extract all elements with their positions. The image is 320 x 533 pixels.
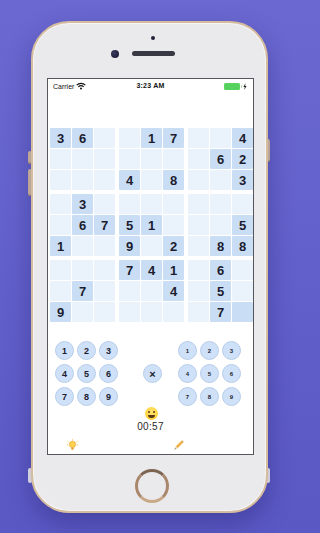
- sudoku-cell-r3c8[interactable]: [210, 170, 231, 190]
- sudoku-cell-r5c6[interactable]: [163, 215, 184, 235]
- left-pad-button-7[interactable]: 7: [55, 387, 74, 406]
- sudoku-cell-r8c5[interactable]: [141, 281, 162, 301]
- sudoku-cell-r9c7[interactable]: [188, 302, 209, 322]
- right-pad-button-5[interactable]: 5: [200, 364, 219, 383]
- grinning-face-emoji: [145, 407, 158, 420]
- sudoku-cell-r8c2[interactable]: 7: [72, 281, 93, 301]
- sudoku-cell-r8c6[interactable]: 4: [163, 281, 184, 301]
- sudoku-box-8: 7414: [119, 260, 184, 322]
- number-pad-right-notes: 123456789: [178, 341, 241, 406]
- right-pad-button-2[interactable]: 2: [200, 341, 219, 360]
- sudoku-cell-r9c2[interactable]: [72, 302, 93, 322]
- sudoku-cell-r6c5[interactable]: [141, 236, 162, 256]
- sudoku-cell-r3c1[interactable]: [50, 170, 71, 190]
- left-pad-button-6[interactable]: 6: [99, 364, 118, 383]
- sudoku-cell-r9c6[interactable]: [163, 302, 184, 322]
- battery-icon: [224, 83, 240, 90]
- sudoku-cell-r6c9[interactable]: 8: [232, 236, 253, 256]
- sudoku-cell-r4c2[interactable]: 3: [72, 194, 93, 214]
- clock-label: 3:23 AM: [48, 82, 253, 89]
- sudoku-cell-r2c1[interactable]: [50, 149, 71, 169]
- erase-button[interactable]: ×: [143, 364, 162, 383]
- sudoku-cell-r3c2[interactable]: [72, 170, 93, 190]
- sudoku-cell-r2c8[interactable]: 6: [210, 149, 231, 169]
- charging-bolt-icon: [243, 83, 247, 90]
- status-bar: Carrier 3:23 AM: [48, 79, 253, 95]
- timer-label: 00:57: [48, 421, 253, 432]
- sudoku-cell-r1c6[interactable]: 7: [163, 128, 184, 148]
- sudoku-cell-r5c1[interactable]: [50, 215, 71, 235]
- proximity-sensor-dot: [151, 36, 155, 40]
- sudoku-cell-r3c3[interactable]: [94, 170, 115, 190]
- sudoku-cell-r7c2[interactable]: [72, 260, 93, 280]
- sudoku-cell-r4c7[interactable]: [188, 194, 209, 214]
- sudoku-cell-r8c8[interactable]: 5: [210, 281, 231, 301]
- sudoku-cell-r2c3[interactable]: [94, 149, 115, 169]
- sudoku-box-4: 3671: [50, 194, 115, 256]
- left-pad-button-1[interactable]: 1: [55, 341, 74, 360]
- sudoku-cell-r4c4[interactable]: [119, 194, 140, 214]
- sudoku-cell-r7c8[interactable]: 6: [210, 260, 231, 280]
- sudoku-cell-r8c3[interactable]: [94, 281, 115, 301]
- sudoku-cell-r6c7[interactable]: [188, 236, 209, 256]
- right-pad-button-9[interactable]: 9: [222, 387, 241, 406]
- sudoku-cell-r2c4[interactable]: [119, 149, 140, 169]
- sudoku-cell-r8c9[interactable]: [232, 281, 253, 301]
- sudoku-cell-r2c7[interactable]: [188, 149, 209, 169]
- left-pad-button-3[interactable]: 3: [99, 341, 118, 360]
- sudoku-cell-r7c6[interactable]: 1: [163, 260, 184, 280]
- app-screen: Carrier 3:23 AM 361748462336715192588797…: [47, 78, 254, 455]
- sudoku-cell-r8c4[interactable]: [119, 281, 140, 301]
- sudoku-cell-r3c7[interactable]: [188, 170, 209, 190]
- left-pad-button-2[interactable]: 2: [77, 341, 96, 360]
- sudoku-grid: 361748462336715192588797414657: [50, 128, 253, 322]
- lightbulb-icon[interactable]: [66, 439, 79, 452]
- sudoku-cell-r6c2[interactable]: [72, 236, 93, 256]
- right-pad-button-8[interactable]: 8: [200, 387, 219, 406]
- sudoku-cell-r8c7[interactable]: [188, 281, 209, 301]
- sudoku-cell-r1c9[interactable]: 4: [232, 128, 253, 148]
- sudoku-cell-r5c3[interactable]: 7: [94, 215, 115, 235]
- sudoku-cell-r4c9[interactable]: [232, 194, 253, 214]
- sudoku-cell-r1c7[interactable]: [188, 128, 209, 148]
- sudoku-cell-r9c4[interactable]: [119, 302, 140, 322]
- sudoku-cell-r9c9[interactable]: [232, 302, 253, 322]
- sudoku-cell-r4c6[interactable]: [163, 194, 184, 214]
- sudoku-box-1: 36: [50, 128, 115, 190]
- sudoku-cell-r2c6[interactable]: [163, 149, 184, 169]
- sudoku-cell-r7c4[interactable]: 7: [119, 260, 140, 280]
- sudoku-cell-r5c2[interactable]: 6: [72, 215, 93, 235]
- sudoku-cell-r5c4[interactable]: 5: [119, 215, 140, 235]
- sudoku-cell-r7c1[interactable]: [50, 260, 71, 280]
- left-pad-button-8[interactable]: 8: [77, 387, 96, 406]
- home-button[interactable]: [135, 469, 169, 503]
- sudoku-cell-r5c7[interactable]: [188, 215, 209, 235]
- sudoku-cell-r2c2[interactable]: [72, 149, 93, 169]
- earpiece-speaker: [132, 51, 175, 56]
- sudoku-box-7: 79: [50, 260, 115, 322]
- sudoku-cell-r3c5[interactable]: [141, 170, 162, 190]
- sudoku-cell-r3c6[interactable]: 8: [163, 170, 184, 190]
- sudoku-cell-r8c1[interactable]: [50, 281, 71, 301]
- sudoku-cell-r7c5[interactable]: 4: [141, 260, 162, 280]
- sudoku-cell-r2c9[interactable]: 2: [232, 149, 253, 169]
- sudoku-cell-r6c4[interactable]: 9: [119, 236, 140, 256]
- right-pad-button-4[interactable]: 4: [178, 364, 197, 383]
- battery-indicator: [224, 83, 248, 90]
- sudoku-box-3: 4623: [188, 128, 253, 190]
- sudoku-cell-r5c5[interactable]: 1: [141, 215, 162, 235]
- right-pad-button-7[interactable]: 7: [178, 387, 197, 406]
- number-pad-left: 123456789: [55, 341, 118, 406]
- sudoku-box-2: 1748: [119, 128, 184, 190]
- sudoku-cell-r1c8[interactable]: [210, 128, 231, 148]
- sudoku-cell-r5c8[interactable]: [210, 215, 231, 235]
- sudoku-cell-r5c9[interactable]: 5: [232, 215, 253, 235]
- left-pad-button-5[interactable]: 5: [77, 364, 96, 383]
- sudoku-cell-r4c5[interactable]: [141, 194, 162, 214]
- sudoku-box-6: 588: [188, 194, 253, 256]
- sudoku-cell-r7c7[interactable]: [188, 260, 209, 280]
- pencil-icon[interactable]: [172, 439, 185, 452]
- sudoku-cell-r4c8[interactable]: [210, 194, 231, 214]
- front-camera: [111, 50, 119, 58]
- right-pad-button-3[interactable]: 3: [222, 341, 241, 360]
- sudoku-cell-r1c2[interactable]: 6: [72, 128, 93, 148]
- sudoku-cell-r6c3[interactable]: [94, 236, 115, 256]
- sudoku-box-9: 657: [188, 260, 253, 322]
- sudoku-cell-r2c5[interactable]: [141, 149, 162, 169]
- right-pad-button-6[interactable]: 6: [222, 364, 241, 383]
- sudoku-cell-r1c1[interactable]: 3: [50, 128, 71, 148]
- battery-tip: [241, 85, 243, 88]
- left-pad-button-4[interactable]: 4: [55, 364, 74, 383]
- sudoku-cell-r7c9[interactable]: [232, 260, 253, 280]
- sudoku-cell-r1c4[interactable]: [119, 128, 140, 148]
- sudoku-cell-r1c5[interactable]: 1: [141, 128, 162, 148]
- left-pad-button-9[interactable]: 9: [99, 387, 118, 406]
- sudoku-box-5: 5192: [119, 194, 184, 256]
- sudoku-cell-r9c5[interactable]: [141, 302, 162, 322]
- right-pad-button-1[interactable]: 1: [178, 341, 197, 360]
- sudoku-cell-r9c3[interactable]: [94, 302, 115, 322]
- sudoku-cell-r9c1[interactable]: 9: [50, 302, 71, 322]
- sudoku-cell-r6c8[interactable]: 8: [210, 236, 231, 256]
- sudoku-cell-r4c1[interactable]: [50, 194, 71, 214]
- sudoku-cell-r3c9[interactable]: 3: [232, 170, 253, 190]
- sudoku-cell-r3c4[interactable]: 4: [119, 170, 140, 190]
- sudoku-cell-r6c6[interactable]: 2: [163, 236, 184, 256]
- sudoku-cell-r4c3[interactable]: [94, 194, 115, 214]
- sudoku-cell-r6c1[interactable]: 1: [50, 236, 71, 256]
- sudoku-cell-r9c8[interactable]: 7: [210, 302, 231, 322]
- sudoku-cell-r1c3[interactable]: [94, 128, 115, 148]
- sudoku-cell-r7c3[interactable]: [94, 260, 115, 280]
